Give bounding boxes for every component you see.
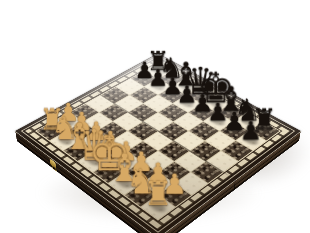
white-rook-glyph: ♜ [143,178,172,211]
board-tilt: ♜♞♝♛♚♝♞♜♟♟♟♟♟♟♟♟♟♟♟♟♟♟♟♟♜♞♝♛♚♝♞♜ [15,53,301,233]
chess-board: ♜♞♝♛♚♝♞♜♟♟♟♟♟♟♟♟♟♟♟♟♟♟♟♟♜♞♝♛♚♝♞♜ [15,53,301,233]
inner-border-line: ♜♞♝♛♚♝♞♜♟♟♟♟♟♟♟♟♟♟♟♟♟♟♟♟♜♞♝♛♚♝♞♜ [34,62,283,222]
inlay-border-band: ♜♞♝♛♚♝♞♜♟♟♟♟♟♟♟♟♟♟♟♟♟♟♟♟♜♞♝♛♚♝♞♜ [25,58,291,229]
hinge-seam-notch [234,180,236,191]
frame-pinstripe: ♜♞♝♛♚♝♞♜♟♟♟♟♟♟♟♟♟♟♟♟♟♟♟♟♜♞♝♛♚♝♞♜ [21,56,295,233]
black-pawn-glyph: ♟ [239,118,262,143]
product-photo-chess-set: ♜♞♝♛♚♝♞♜♟♟♟♟♟♟♟♟♟♟♟♟♟♟♟♟♜♞♝♛♚♝♞♜ [0,0,310,233]
board-grid: ♜♞♝♛♚♝♞♜♟♟♟♟♟♟♟♟♟♟♟♟♟♟♟♟♜♞♝♛♚♝♞♜ [36,64,279,220]
